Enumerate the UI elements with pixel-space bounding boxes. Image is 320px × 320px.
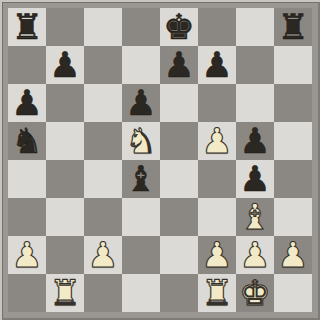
white-pawn: ♟ <box>239 236 270 274</box>
square-f4[interactable] <box>198 160 236 198</box>
square-c1[interactable] <box>84 274 122 312</box>
square-a8[interactable]: ♜ <box>8 8 46 46</box>
square-h3[interactable] <box>274 198 312 236</box>
square-b1[interactable]: ♜ <box>46 274 84 312</box>
square-h1[interactable] <box>274 274 312 312</box>
black-pawn: ♟ <box>125 84 156 122</box>
square-f7[interactable]: ♟ <box>198 46 236 84</box>
square-e1[interactable] <box>160 274 198 312</box>
square-d7[interactable] <box>122 46 160 84</box>
white-knight: ♞ <box>125 122 156 160</box>
square-c5[interactable] <box>84 122 122 160</box>
square-a5[interactable]: ♞ <box>8 122 46 160</box>
square-d1[interactable] <box>122 274 160 312</box>
white-king: ♚ <box>239 274 270 312</box>
square-b7[interactable]: ♟ <box>46 46 84 84</box>
square-g1[interactable]: ♚ <box>236 274 274 312</box>
black-knight: ♞ <box>11 122 42 160</box>
square-f8[interactable] <box>198 8 236 46</box>
square-c8[interactable] <box>84 8 122 46</box>
chess-board: ♜♚♜♟♟♟♟♟♞♞♟♟♝♟♝♟♟♟♟♟♜♜♚ <box>8 8 312 312</box>
square-e4[interactable] <box>160 160 198 198</box>
square-g4[interactable]: ♟ <box>236 160 274 198</box>
square-h6[interactable] <box>274 84 312 122</box>
square-c3[interactable] <box>84 198 122 236</box>
square-f5[interactable]: ♟ <box>198 122 236 160</box>
square-a3[interactable] <box>8 198 46 236</box>
square-b3[interactable] <box>46 198 84 236</box>
square-b2[interactable] <box>46 236 84 274</box>
square-c6[interactable] <box>84 84 122 122</box>
white-pawn: ♟ <box>11 236 42 274</box>
square-d8[interactable] <box>122 8 160 46</box>
square-g6[interactable] <box>236 84 274 122</box>
square-d2[interactable] <box>122 236 160 274</box>
square-c4[interactable] <box>84 160 122 198</box>
white-rook: ♜ <box>49 274 80 312</box>
square-d4[interactable]: ♝ <box>122 160 160 198</box>
square-g8[interactable] <box>236 8 274 46</box>
square-a6[interactable]: ♟ <box>8 84 46 122</box>
black-pawn: ♟ <box>239 122 270 160</box>
black-pawn: ♟ <box>163 46 194 84</box>
black-pawn: ♟ <box>49 46 80 84</box>
square-g2[interactable]: ♟ <box>236 236 274 274</box>
square-b8[interactable] <box>46 8 84 46</box>
square-e3[interactable] <box>160 198 198 236</box>
square-f2[interactable]: ♟ <box>198 236 236 274</box>
black-bishop: ♝ <box>125 160 156 198</box>
square-f3[interactable] <box>198 198 236 236</box>
square-h5[interactable] <box>274 122 312 160</box>
square-e5[interactable] <box>160 122 198 160</box>
white-rook: ♜ <box>201 274 232 312</box>
square-a2[interactable]: ♟ <box>8 236 46 274</box>
board-frame: ♜♚♜♟♟♟♟♟♞♞♟♟♝♟♝♟♟♟♟♟♜♜♚ <box>0 0 320 320</box>
black-pawn: ♟ <box>11 84 42 122</box>
square-h2[interactable]: ♟ <box>274 236 312 274</box>
square-a7[interactable] <box>8 46 46 84</box>
square-e8[interactable]: ♚ <box>160 8 198 46</box>
square-b4[interactable] <box>46 160 84 198</box>
square-c2[interactable]: ♟ <box>84 236 122 274</box>
square-h4[interactable] <box>274 160 312 198</box>
square-h7[interactable] <box>274 46 312 84</box>
black-king: ♚ <box>163 8 194 46</box>
black-pawn: ♟ <box>239 160 270 198</box>
square-e2[interactable] <box>160 236 198 274</box>
white-pawn: ♟ <box>201 122 232 160</box>
square-a4[interactable] <box>8 160 46 198</box>
square-g7[interactable] <box>236 46 274 84</box>
white-pawn: ♟ <box>201 236 232 274</box>
square-b6[interactable] <box>46 84 84 122</box>
white-bishop: ♝ <box>239 198 270 236</box>
square-c7[interactable] <box>84 46 122 84</box>
square-h8[interactable]: ♜ <box>274 8 312 46</box>
square-d6[interactable]: ♟ <box>122 84 160 122</box>
square-d3[interactable] <box>122 198 160 236</box>
black-pawn: ♟ <box>201 46 232 84</box>
square-e7[interactable]: ♟ <box>160 46 198 84</box>
square-e6[interactable] <box>160 84 198 122</box>
square-a1[interactable] <box>8 274 46 312</box>
white-pawn: ♟ <box>277 236 308 274</box>
square-f6[interactable] <box>198 84 236 122</box>
square-g3[interactable]: ♝ <box>236 198 274 236</box>
black-rook: ♜ <box>11 8 42 46</box>
square-g5[interactable]: ♟ <box>236 122 274 160</box>
white-pawn: ♟ <box>87 236 118 274</box>
square-b5[interactable] <box>46 122 84 160</box>
square-f1[interactable]: ♜ <box>198 274 236 312</box>
square-d5[interactable]: ♞ <box>122 122 160 160</box>
black-rook: ♜ <box>277 8 308 46</box>
